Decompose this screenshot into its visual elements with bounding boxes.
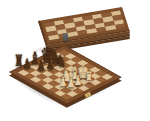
open-chess-board: [9, 45, 122, 104]
open-board-clasp-icon: [84, 92, 91, 98]
board-square: [115, 23, 126, 29]
closed-box-clasp-icon: [62, 33, 68, 42]
chess-set-product-photo: ♛♞♝♜♞♟♟♟♚♝♞♜♟♟♟: [0, 0, 150, 121]
